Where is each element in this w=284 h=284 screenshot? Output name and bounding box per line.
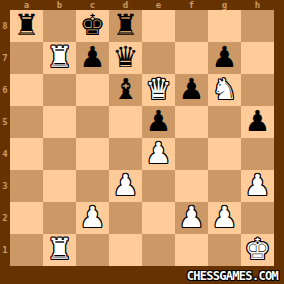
rank-label-6: 6: [0, 74, 10, 106]
square-h4[interactable]: [241, 138, 274, 170]
square-b5[interactable]: [43, 106, 76, 138]
square-b3[interactable]: [43, 170, 76, 202]
white-rook[interactable]: ♜: [43, 234, 76, 266]
rank-label-7: 7: [0, 42, 10, 74]
square-c1[interactable]: [76, 234, 109, 266]
square-a1[interactable]: [10, 234, 43, 266]
square-h1[interactable]: ♚: [241, 234, 274, 266]
square-g4[interactable]: [208, 138, 241, 170]
rank-label-2: 2: [0, 202, 10, 234]
square-b4[interactable]: [43, 138, 76, 170]
site-brand-label: CHESSGAMES.COM: [187, 270, 278, 282]
square-e6[interactable]: ♛: [142, 74, 175, 106]
square-d2[interactable]: [109, 202, 142, 234]
square-c8[interactable]: ♚: [76, 10, 109, 42]
white-knight[interactable]: ♞: [208, 74, 241, 106]
square-e2[interactable]: [142, 202, 175, 234]
white-queen[interactable]: ♛: [142, 74, 175, 106]
square-e3[interactable]: [142, 170, 175, 202]
square-f1[interactable]: [175, 234, 208, 266]
rank-label-3: 3: [0, 170, 10, 202]
black-pawn[interactable]: ♟: [76, 42, 109, 74]
square-d6[interactable]: ♝: [109, 74, 142, 106]
rank-label-4: 4: [0, 138, 10, 170]
square-c5[interactable]: [76, 106, 109, 138]
rank-label-5: 5: [0, 106, 10, 138]
square-d4[interactable]: [109, 138, 142, 170]
white-pawn[interactable]: ♟: [109, 170, 142, 202]
square-d7[interactable]: ♛: [109, 42, 142, 74]
black-pawn[interactable]: ♟: [208, 42, 241, 74]
chess-board: ♜♚♜♜♟♛♟♝♛♟♞♟♟♟♟♟♟♟♟♜♚: [10, 10, 274, 266]
rank-label-1: 1: [0, 234, 10, 266]
square-c7[interactable]: ♟: [76, 42, 109, 74]
square-g7[interactable]: ♟: [208, 42, 241, 74]
square-c4[interactable]: [76, 138, 109, 170]
file-labels: abcdefgh: [10, 0, 274, 10]
black-pawn[interactable]: ♟: [175, 74, 208, 106]
square-b6[interactable]: [43, 74, 76, 106]
square-c2[interactable]: ♟: [76, 202, 109, 234]
square-h6[interactable]: [241, 74, 274, 106]
black-bishop[interactable]: ♝: [109, 74, 142, 106]
square-h5[interactable]: ♟: [241, 106, 274, 138]
chess-diagram: abcdefgh 87654321 ♜♚♜♜♟♛♟♝♛♟♞♟♟♟♟♟♟♟♟♜♚ …: [0, 0, 284, 284]
square-g2[interactable]: ♟: [208, 202, 241, 234]
square-g5[interactable]: [208, 106, 241, 138]
square-h3[interactable]: ♟: [241, 170, 274, 202]
square-a2[interactable]: [10, 202, 43, 234]
white-pawn[interactable]: ♟: [241, 170, 274, 202]
square-e5[interactable]: ♟: [142, 106, 175, 138]
white-pawn[interactable]: ♟: [208, 202, 241, 234]
white-king[interactable]: ♚: [241, 234, 274, 266]
square-a3[interactable]: [10, 170, 43, 202]
white-pawn[interactable]: ♟: [142, 138, 175, 170]
white-pawn[interactable]: ♟: [76, 202, 109, 234]
square-a5[interactable]: [10, 106, 43, 138]
square-a6[interactable]: [10, 74, 43, 106]
white-rook[interactable]: ♜: [43, 42, 76, 74]
rank-label-8: 8: [0, 10, 10, 42]
square-f4[interactable]: [175, 138, 208, 170]
square-f8[interactable]: [175, 10, 208, 42]
square-a8[interactable]: ♜: [10, 10, 43, 42]
black-king[interactable]: ♚: [76, 10, 109, 42]
square-d3[interactable]: ♟: [109, 170, 142, 202]
square-f5[interactable]: [175, 106, 208, 138]
square-a4[interactable]: [10, 138, 43, 170]
square-h8[interactable]: [241, 10, 274, 42]
square-g3[interactable]: [208, 170, 241, 202]
rank-labels: 87654321: [0, 10, 10, 266]
square-h2[interactable]: [241, 202, 274, 234]
square-g6[interactable]: ♞: [208, 74, 241, 106]
square-b8[interactable]: [43, 10, 76, 42]
square-d8[interactable]: ♜: [109, 10, 142, 42]
square-f2[interactable]: ♟: [175, 202, 208, 234]
black-queen[interactable]: ♛: [109, 42, 142, 74]
square-f3[interactable]: [175, 170, 208, 202]
square-g8[interactable]: [208, 10, 241, 42]
square-c3[interactable]: [76, 170, 109, 202]
square-d5[interactable]: [109, 106, 142, 138]
square-e4[interactable]: ♟: [142, 138, 175, 170]
square-f7[interactable]: [175, 42, 208, 74]
black-rook[interactable]: ♜: [109, 10, 142, 42]
square-c6[interactable]: [76, 74, 109, 106]
square-b2[interactable]: [43, 202, 76, 234]
square-b1[interactable]: ♜: [43, 234, 76, 266]
square-g1[interactable]: [208, 234, 241, 266]
square-a7[interactable]: [10, 42, 43, 74]
square-e8[interactable]: [142, 10, 175, 42]
square-f6[interactable]: ♟: [175, 74, 208, 106]
square-e7[interactable]: [142, 42, 175, 74]
black-pawn[interactable]: ♟: [241, 106, 274, 138]
square-h7[interactable]: [241, 42, 274, 74]
square-b7[interactable]: ♜: [43, 42, 76, 74]
white-pawn[interactable]: ♟: [175, 202, 208, 234]
square-e1[interactable]: [142, 234, 175, 266]
black-rook[interactable]: ♜: [10, 10, 43, 42]
square-d1[interactable]: [109, 234, 142, 266]
black-pawn[interactable]: ♟: [142, 106, 175, 138]
